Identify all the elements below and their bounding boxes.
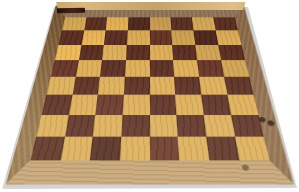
- square-c1[interactable]: [90, 136, 121, 160]
- square-f7[interactable]: [172, 30, 196, 44]
- square-f1[interactable]: [178, 136, 209, 160]
- brand-sticker: [57, 8, 85, 14]
- square-c5[interactable]: [101, 60, 127, 77]
- square-c2[interactable]: [93, 114, 123, 136]
- square-c7[interactable]: [104, 30, 128, 44]
- square-d7[interactable]: [127, 30, 150, 44]
- square-a1[interactable]: [31, 136, 65, 160]
- square-h6[interactable]: [218, 44, 245, 59]
- square-g4[interactable]: [199, 76, 227, 94]
- square-c8[interactable]: [106, 17, 129, 30]
- square-a3[interactable]: [42, 95, 73, 115]
- square-g7[interactable]: [194, 30, 219, 44]
- square-a7[interactable]: [59, 30, 84, 44]
- square-e7[interactable]: [150, 30, 173, 44]
- wood-knot-icon: [242, 164, 251, 170]
- square-f2[interactable]: [177, 114, 207, 136]
- square-a2[interactable]: [37, 114, 69, 136]
- square-g8[interactable]: [192, 17, 216, 30]
- square-b1[interactable]: [61, 136, 94, 160]
- square-h7[interactable]: [216, 30, 241, 44]
- square-c6[interactable]: [103, 44, 128, 59]
- square-f5[interactable]: [174, 60, 200, 77]
- square-g3[interactable]: [202, 95, 231, 115]
- square-g6[interactable]: [196, 44, 222, 59]
- square-f8[interactable]: [171, 17, 194, 30]
- square-d6[interactable]: [126, 44, 150, 59]
- square-a4[interactable]: [47, 76, 76, 94]
- square-e4[interactable]: [150, 76, 176, 94]
- square-h4[interactable]: [224, 76, 253, 94]
- square-h5[interactable]: [221, 60, 249, 77]
- square-b7[interactable]: [82, 30, 107, 44]
- wood-knot-icon: [267, 120, 276, 126]
- square-e5[interactable]: [150, 60, 175, 77]
- square-b2[interactable]: [65, 114, 96, 136]
- square-f3[interactable]: [176, 95, 204, 115]
- square-d5[interactable]: [125, 60, 150, 77]
- square-e1[interactable]: [150, 136, 180, 160]
- square-d4[interactable]: [124, 76, 150, 94]
- square-c3[interactable]: [96, 95, 124, 115]
- square-d1[interactable]: [120, 136, 150, 160]
- square-a6[interactable]: [55, 44, 82, 59]
- chess-board: [6, 5, 294, 184]
- square-g5[interactable]: [197, 60, 224, 77]
- chessboard-photo: [0, 0, 299, 192]
- square-h2[interactable]: [231, 114, 263, 136]
- square-e2[interactable]: [150, 114, 178, 136]
- square-e8[interactable]: [150, 17, 172, 30]
- square-f4[interactable]: [175, 76, 202, 94]
- square-f6[interactable]: [173, 44, 198, 59]
- square-b8[interactable]: [84, 17, 108, 30]
- board-squares: [31, 17, 269, 160]
- square-d3[interactable]: [123, 95, 150, 115]
- square-a5[interactable]: [51, 60, 79, 77]
- square-e3[interactable]: [150, 95, 177, 115]
- square-b6[interactable]: [79, 44, 105, 59]
- square-b4[interactable]: [73, 76, 101, 94]
- square-h3[interactable]: [227, 95, 258, 115]
- square-b5[interactable]: [76, 60, 103, 77]
- square-a8[interactable]: [62, 17, 86, 30]
- square-e6[interactable]: [150, 44, 174, 59]
- square-b3[interactable]: [69, 95, 98, 115]
- square-d2[interactable]: [122, 114, 150, 136]
- square-c4[interactable]: [98, 76, 125, 94]
- square-d8[interactable]: [128, 17, 150, 30]
- square-h8[interactable]: [213, 17, 237, 30]
- square-h1[interactable]: [235, 136, 269, 160]
